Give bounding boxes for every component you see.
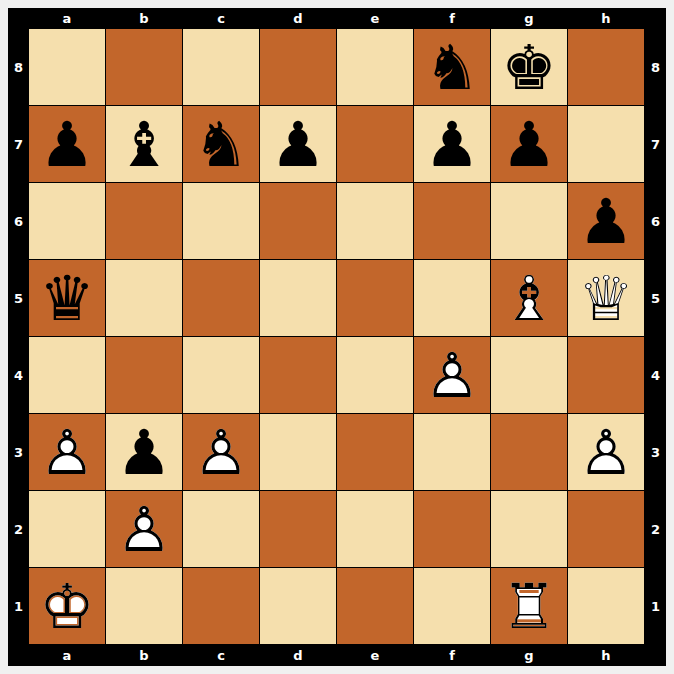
rank-labels-right: 87654321 — [645, 29, 666, 644]
file-label-c-bottom: c — [183, 645, 259, 666]
piece-white-pawn-c3[interactable]: ♟♙ — [183, 414, 259, 490]
square-a7[interactable]: ♟ — [29, 106, 105, 182]
square-g4[interactable] — [491, 337, 567, 413]
file-label-h-bottom: h — [568, 645, 644, 666]
square-b1[interactable] — [106, 568, 182, 644]
square-c5[interactable] — [183, 260, 259, 336]
square-e2[interactable] — [337, 491, 413, 567]
square-e6[interactable] — [337, 183, 413, 259]
piece-black-pawn-b3[interactable]: ♟ — [106, 414, 182, 490]
black-pawn-glyph: ♟ — [29, 106, 105, 182]
black-pawn-glyph: ♟ — [414, 106, 490, 182]
square-d8[interactable] — [260, 29, 336, 105]
square-d2[interactable] — [260, 491, 336, 567]
rank-label-5-left: 5 — [8, 260, 29, 336]
square-b7[interactable]: ♝ — [106, 106, 182, 182]
square-h2[interactable] — [568, 491, 644, 567]
rank-label-4-left: 4 — [8, 337, 29, 413]
file-label-b-bottom: b — [106, 645, 182, 666]
square-a5[interactable]: ♛ — [29, 260, 105, 336]
piece-white-pawn-f4[interactable]: ♟♙ — [414, 337, 490, 413]
file-labels-top: abcdefgh — [29, 8, 644, 29]
square-g6[interactable] — [491, 183, 567, 259]
rank-label-5-right: 5 — [645, 260, 666, 336]
chessboard: ♞♚♟♝♞♟♟♟♟♛♝♗♛♕♟♙♟♙♟♟♙♟♙♟♙♚♔♜♖ — [29, 29, 644, 644]
square-b6[interactable] — [106, 183, 182, 259]
black-pawn-glyph: ♟ — [568, 183, 644, 259]
square-b8[interactable] — [106, 29, 182, 105]
piece-black-pawn-h6[interactable]: ♟ — [568, 183, 644, 259]
piece-white-queen-h5[interactable]: ♛♕ — [568, 260, 644, 336]
square-h7[interactable] — [568, 106, 644, 182]
square-d1[interactable] — [260, 568, 336, 644]
square-e8[interactable] — [337, 29, 413, 105]
square-g3[interactable] — [491, 414, 567, 490]
rank-label-8-right: 8 — [645, 29, 666, 105]
rank-label-7-left: 7 — [8, 106, 29, 182]
square-h3[interactable]: ♟♙ — [568, 414, 644, 490]
square-b2[interactable]: ♟♙ — [106, 491, 182, 567]
square-e4[interactable] — [337, 337, 413, 413]
square-f1[interactable] — [414, 568, 490, 644]
black-king-glyph: ♚ — [491, 29, 567, 105]
black-pawn-glyph: ♟ — [106, 414, 182, 490]
chessboard-frame: abcdefgh abcdefgh 87654321 87654321 ♞♚♟♝… — [8, 8, 666, 666]
file-label-h-top: h — [568, 8, 644, 29]
piece-black-pawn-d7[interactable]: ♟ — [260, 106, 336, 182]
rank-label-3-left: 3 — [8, 414, 29, 490]
rank-label-1-left: 1 — [8, 568, 29, 644]
square-g1[interactable]: ♜♖ — [491, 568, 567, 644]
square-h6[interactable]: ♟ — [568, 183, 644, 259]
file-label-a-top: a — [29, 8, 105, 29]
file-label-e-bottom: e — [337, 645, 413, 666]
black-pawn-glyph: ♟ — [491, 106, 567, 182]
square-f5[interactable] — [414, 260, 490, 336]
square-a2[interactable] — [29, 491, 105, 567]
square-b5[interactable] — [106, 260, 182, 336]
rank-labels-left: 87654321 — [8, 29, 29, 644]
white-pawn-outline-glyph: ♙ — [106, 491, 182, 567]
white-rook-outline-glyph: ♖ — [491, 568, 567, 644]
square-e1[interactable] — [337, 568, 413, 644]
rank-label-2-left: 2 — [8, 491, 29, 567]
square-b4[interactable] — [106, 337, 182, 413]
square-e7[interactable] — [337, 106, 413, 182]
white-pawn-outline-glyph: ♙ — [29, 414, 105, 490]
black-knight-glyph: ♞ — [183, 106, 259, 182]
square-c3[interactable]: ♟♙ — [183, 414, 259, 490]
square-f4[interactable]: ♟♙ — [414, 337, 490, 413]
square-f2[interactable] — [414, 491, 490, 567]
file-label-b-top: b — [106, 8, 182, 29]
square-d4[interactable] — [260, 337, 336, 413]
square-c1[interactable] — [183, 568, 259, 644]
square-a8[interactable] — [29, 29, 105, 105]
white-bishop-outline-glyph: ♗ — [491, 260, 567, 336]
white-queen-outline-glyph: ♕ — [568, 260, 644, 336]
black-knight-glyph: ♞ — [414, 29, 490, 105]
black-queen-glyph: ♛ — [29, 260, 105, 336]
rank-label-8-left: 8 — [8, 29, 29, 105]
square-f6[interactable] — [414, 183, 490, 259]
square-a1[interactable]: ♚♔ — [29, 568, 105, 644]
square-b3[interactable]: ♟ — [106, 414, 182, 490]
piece-white-bishop-g5[interactable]: ♝♗ — [491, 260, 567, 336]
rank-label-1-right: 1 — [645, 568, 666, 644]
file-label-e-top: e — [337, 8, 413, 29]
piece-black-bishop-b7[interactable]: ♝ — [106, 106, 182, 182]
square-a3[interactable]: ♟♙ — [29, 414, 105, 490]
piece-black-pawn-a7[interactable]: ♟ — [29, 106, 105, 182]
rank-label-3-right: 3 — [645, 414, 666, 490]
square-g5[interactable]: ♝♗ — [491, 260, 567, 336]
square-c8[interactable] — [183, 29, 259, 105]
square-c6[interactable] — [183, 183, 259, 259]
piece-black-pawn-g7[interactable]: ♟ — [491, 106, 567, 182]
piece-black-queen-a5[interactable]: ♛ — [29, 260, 105, 336]
piece-white-pawn-h3[interactable]: ♟♙ — [568, 414, 644, 490]
rank-label-6-left: 6 — [8, 183, 29, 259]
file-label-f-top: f — [414, 8, 490, 29]
rank-label-4-right: 4 — [645, 337, 666, 413]
square-g8[interactable]: ♚ — [491, 29, 567, 105]
file-label-g-bottom: g — [491, 645, 567, 666]
square-f8[interactable]: ♞ — [414, 29, 490, 105]
piece-black-king-g8[interactable]: ♚ — [491, 29, 567, 105]
square-g7[interactable]: ♟ — [491, 106, 567, 182]
piece-black-pawn-f7[interactable]: ♟ — [414, 106, 490, 182]
square-a6[interactable] — [29, 183, 105, 259]
piece-white-pawn-b2[interactable]: ♟♙ — [106, 491, 182, 567]
white-pawn-outline-glyph: ♙ — [414, 337, 490, 413]
rank-label-7-right: 7 — [645, 106, 666, 182]
square-d7[interactable]: ♟ — [260, 106, 336, 182]
black-bishop-glyph: ♝ — [106, 106, 182, 182]
square-f7[interactable]: ♟ — [414, 106, 490, 182]
white-king-outline-glyph: ♔ — [29, 568, 105, 644]
square-d5[interactable] — [260, 260, 336, 336]
square-h8[interactable] — [568, 29, 644, 105]
file-labels-bottom: abcdefgh — [29, 645, 644, 666]
file-label-a-bottom: a — [29, 645, 105, 666]
rank-label-6-right: 6 — [645, 183, 666, 259]
square-a4[interactable] — [29, 337, 105, 413]
file-label-g-top: g — [491, 8, 567, 29]
black-pawn-glyph: ♟ — [260, 106, 336, 182]
file-label-f-bottom: f — [414, 645, 490, 666]
piece-black-knight-c7[interactable]: ♞ — [183, 106, 259, 182]
square-e5[interactable] — [337, 260, 413, 336]
file-label-c-top: c — [183, 8, 259, 29]
piece-black-knight-f8[interactable]: ♞ — [414, 29, 490, 105]
piece-white-rook-g1[interactable]: ♜♖ — [491, 568, 567, 644]
square-d3[interactable] — [260, 414, 336, 490]
white-pawn-outline-glyph: ♙ — [183, 414, 259, 490]
piece-white-king-a1[interactable]: ♚♔ — [29, 568, 105, 644]
rank-label-2-right: 2 — [645, 491, 666, 567]
page: abcdefgh abcdefgh 87654321 87654321 ♞♚♟♝… — [0, 0, 674, 674]
square-c4[interactable] — [183, 337, 259, 413]
file-label-d-bottom: d — [260, 645, 336, 666]
square-h5[interactable]: ♛♕ — [568, 260, 644, 336]
square-h4[interactable] — [568, 337, 644, 413]
square-e3[interactable] — [337, 414, 413, 490]
square-g2[interactable] — [491, 491, 567, 567]
square-c7[interactable]: ♞ — [183, 106, 259, 182]
square-f3[interactable] — [414, 414, 490, 490]
piece-white-pawn-a3[interactable]: ♟♙ — [29, 414, 105, 490]
white-pawn-outline-glyph: ♙ — [568, 414, 644, 490]
square-d6[interactable] — [260, 183, 336, 259]
square-h1[interactable] — [568, 568, 644, 644]
file-label-d-top: d — [260, 8, 336, 29]
square-c2[interactable] — [183, 491, 259, 567]
